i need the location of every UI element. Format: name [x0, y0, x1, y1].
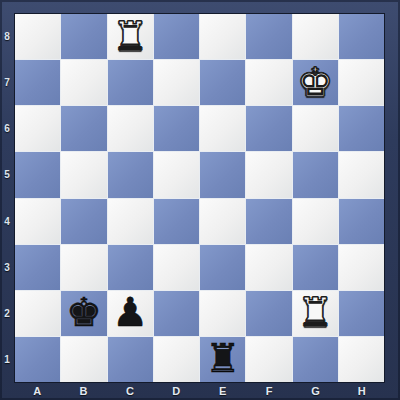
file-label-a: A [14, 383, 60, 398]
square-h1[interactable] [339, 337, 384, 382]
square-g2[interactable]: ♜ [293, 291, 338, 336]
square-e8[interactable] [200, 14, 245, 59]
square-e1[interactable]: ♜ [200, 337, 245, 382]
piece-white-king-g7[interactable]: ♚ [297, 62, 333, 102]
rank-label-6: 6 [0, 106, 14, 152]
square-a3[interactable] [15, 245, 60, 290]
rank-label-1: 1 [0, 337, 14, 383]
piece-white-rook-g2[interactable]: ♜ [297, 292, 333, 332]
square-c3[interactable] [108, 245, 153, 290]
square-g4[interactable] [293, 199, 338, 244]
square-f2[interactable] [246, 291, 291, 336]
square-h8[interactable] [339, 14, 384, 59]
square-b3[interactable] [61, 245, 106, 290]
square-c6[interactable] [108, 106, 153, 151]
square-f4[interactable] [246, 199, 291, 244]
piece-black-king-b2[interactable]: ♚ [66, 292, 102, 332]
square-b1[interactable] [61, 337, 106, 382]
square-a5[interactable] [15, 152, 60, 197]
square-e7[interactable] [200, 60, 245, 105]
file-labels: ABCDEFGH [14, 383, 385, 398]
square-f3[interactable] [246, 245, 291, 290]
rank-label-7: 7 [0, 59, 14, 105]
square-c7[interactable] [108, 60, 153, 105]
piece-white-rook-c8[interactable]: ♜ [112, 16, 148, 56]
square-c2[interactable]: ♟ [108, 291, 153, 336]
square-e5[interactable] [200, 152, 245, 197]
square-f6[interactable] [246, 106, 291, 151]
square-a8[interactable] [15, 14, 60, 59]
square-b2[interactable]: ♚ [61, 291, 106, 336]
square-h7[interactable] [339, 60, 384, 105]
square-f5[interactable] [246, 152, 291, 197]
rank-label-8: 8 [0, 13, 14, 59]
square-e2[interactable] [200, 291, 245, 336]
square-a1[interactable] [15, 337, 60, 382]
file-label-e: E [200, 383, 246, 398]
square-a7[interactable] [15, 60, 60, 105]
square-b6[interactable] [61, 106, 106, 151]
file-label-c: C [107, 383, 153, 398]
rank-label-3: 3 [0, 244, 14, 290]
square-e6[interactable] [200, 106, 245, 151]
square-h2[interactable] [339, 291, 384, 336]
square-h6[interactable] [339, 106, 384, 151]
square-e3[interactable] [200, 245, 245, 290]
file-label-d: D [153, 383, 199, 398]
square-c1[interactable] [108, 337, 153, 382]
piece-black-pawn-c2[interactable]: ♟ [112, 292, 148, 332]
square-c4[interactable] [108, 199, 153, 244]
square-d6[interactable] [154, 106, 199, 151]
square-d8[interactable] [154, 14, 199, 59]
square-g7[interactable]: ♚ [293, 60, 338, 105]
square-d2[interactable] [154, 291, 199, 336]
square-b8[interactable] [61, 14, 106, 59]
square-g6[interactable] [293, 106, 338, 151]
file-label-g: G [292, 383, 338, 398]
square-h5[interactable] [339, 152, 384, 197]
square-c8[interactable]: ♜ [108, 14, 153, 59]
square-g1[interactable] [293, 337, 338, 382]
square-b5[interactable] [61, 152, 106, 197]
rank-label-2: 2 [0, 291, 14, 337]
square-d1[interactable] [154, 337, 199, 382]
square-b7[interactable] [61, 60, 106, 105]
rank-label-4: 4 [0, 198, 14, 244]
square-g8[interactable] [293, 14, 338, 59]
rank-label-5: 5 [0, 152, 14, 198]
file-label-h: H [339, 383, 385, 398]
square-a6[interactable] [15, 106, 60, 151]
square-h4[interactable] [339, 199, 384, 244]
square-d7[interactable] [154, 60, 199, 105]
square-f8[interactable] [246, 14, 291, 59]
file-label-f: F [246, 383, 292, 398]
square-a4[interactable] [15, 199, 60, 244]
square-b4[interactable] [61, 199, 106, 244]
square-d3[interactable] [154, 245, 199, 290]
square-f1[interactable] [246, 337, 291, 382]
square-f7[interactable] [246, 60, 291, 105]
square-a2[interactable] [15, 291, 60, 336]
square-g3[interactable] [293, 245, 338, 290]
square-c5[interactable] [108, 152, 153, 197]
rank-labels: 87654321 [0, 13, 14, 383]
square-d4[interactable] [154, 199, 199, 244]
square-e4[interactable] [200, 199, 245, 244]
chessboard-frame: 87654321 ♜♚♚♟♜♜ ABCDEFGH [0, 0, 400, 400]
chess-board[interactable]: ♜♚♚♟♜♜ [14, 13, 385, 383]
square-g5[interactable] [293, 152, 338, 197]
file-label-b: B [60, 383, 106, 398]
piece-black-rook-e1[interactable]: ♜ [205, 338, 241, 378]
square-h3[interactable] [339, 245, 384, 290]
square-d5[interactable] [154, 152, 199, 197]
